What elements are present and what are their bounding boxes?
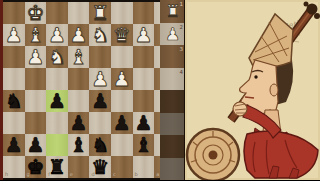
white-pawn-d4: ♟ <box>89 68 111 90</box>
square-c3 <box>111 46 133 68</box>
square-b3 <box>133 46 155 68</box>
square-e3: ♝ <box>68 46 90 68</box>
eye <box>254 75 257 78</box>
strip-square-6 <box>160 113 185 136</box>
white-pawn-f2: ♟ <box>46 24 68 46</box>
square-g4 <box>25 68 47 90</box>
black-pawn-d5: ♟ <box>89 90 111 112</box>
square-d2: ♞ <box>89 24 111 46</box>
strip-square-4: 4 <box>160 68 185 91</box>
square-f2: ♟ <box>46 24 68 46</box>
square-d1: ♜ <box>89 2 111 24</box>
white-king-g1: ♚ <box>25 2 47 24</box>
square-b8: b <box>133 156 155 178</box>
square-f3: ♞ <box>46 46 68 68</box>
black-bishop-b7: ♝ <box>133 134 155 156</box>
square-c4: ♟ <box>111 68 133 90</box>
square-f1 <box>46 2 68 24</box>
white-pawn-b2: ♟ <box>133 24 155 46</box>
square-c7 <box>111 134 133 156</box>
square-e4 <box>68 68 90 90</box>
square-h6 <box>3 112 25 134</box>
white-pawn-e2: ♟ <box>68 24 90 46</box>
square-c1 <box>111 2 133 24</box>
strip-square-1: ♜1 <box>160 0 185 23</box>
strip-square-2: ♟2 <box>160 23 185 46</box>
white-knight-f3: ♞ <box>46 46 68 68</box>
square-g3: ♟ <box>25 46 47 68</box>
square-e2: ♟ <box>68 24 90 46</box>
white-bishop-g2: ♝ <box>25 24 47 46</box>
video-frame: ♚♜♟♝♟♟♞♛♟♟♞♝♟♟♞♟♟♟♟♟♟♟♝♞♝h♚g♜fe♛dcba ♜1♟… <box>0 0 320 180</box>
square-g2: ♝ <box>25 24 47 46</box>
side-board-strip: ♜1♟234 <box>160 0 185 180</box>
square-h5: ♞ <box>3 90 25 112</box>
white-knight-d2: ♞ <box>89 24 111 46</box>
square-h3 <box>3 46 25 68</box>
black-pawn-f5: ♟ <box>46 90 68 112</box>
square-b4 <box>133 68 155 90</box>
square-e8: e <box>68 156 90 178</box>
strip-rank-number-4: 4 <box>180 69 184 75</box>
square-f4 <box>46 68 68 90</box>
black-knight-h5: ♞ <box>3 90 25 112</box>
strip-square-3: 3 <box>160 45 185 68</box>
square-d6 <box>89 112 111 134</box>
square-h8: h <box>3 156 25 178</box>
file-label-f: f <box>48 172 50 177</box>
square-d3 <box>89 46 111 68</box>
chess-board: ♚♜♟♝♟♟♞♛♟♟♞♝♟♟♞♟♟♟♟♟♟♟♝♞♝h♚g♜fe♛dcba <box>3 2 160 178</box>
square-c5 <box>111 90 133 112</box>
black-bishop-e7: ♝ <box>68 134 90 156</box>
square-f6 <box>46 112 68 134</box>
file-label-c: c <box>113 172 116 177</box>
square-b6: ♟ <box>133 112 155 134</box>
square-d7: ♞ <box>89 134 111 156</box>
square-g5 <box>25 90 47 112</box>
square-g1: ♚ <box>25 2 47 24</box>
file-label-b: b <box>135 172 138 177</box>
strip-square-7 <box>160 135 185 158</box>
square-h1 <box>3 2 25 24</box>
strip-rank-number-1: 1 <box>180 1 184 7</box>
square-b2: ♟ <box>133 24 155 46</box>
file-label-g: g <box>27 172 30 177</box>
file-label-d: d <box>91 172 94 177</box>
square-c2: ♛ <box>111 24 133 46</box>
strip-rank-number-2: 2 <box>180 24 184 30</box>
illustration-pane: Reti <box>185 0 320 180</box>
black-pawn-g7: ♟ <box>25 134 47 156</box>
square-f7 <box>46 134 68 156</box>
black-pawn-c6: ♟ <box>111 112 133 134</box>
square-e1 <box>68 2 90 24</box>
square-d4: ♟ <box>89 68 111 90</box>
square-b1 <box>133 2 155 24</box>
shield-boss <box>209 151 218 160</box>
file-label-h: h <box>5 172 8 177</box>
square-d8: ♛d <box>89 156 111 178</box>
square-e7: ♝ <box>68 134 90 156</box>
white-pawn-h2: ♟ <box>3 24 25 46</box>
white-bishop-e3: ♝ <box>68 46 90 68</box>
ear <box>270 84 278 96</box>
square-h4 <box>3 68 25 90</box>
black-pawn-h7: ♟ <box>3 134 25 156</box>
square-h2: ♟ <box>3 24 25 46</box>
square-g7: ♟ <box>25 134 47 156</box>
file-label-a: a <box>156 172 159 177</box>
square-c6: ♟ <box>111 112 133 134</box>
square-h7: ♟ <box>3 134 25 156</box>
white-queen-c2: ♛ <box>111 24 133 46</box>
chess-board-pane: ♚♜♟♝♟♟♞♛♟♟♞♝♟♟♞♟♟♟♟♟♟♟♝♞♝h♚g♜fe♛dcba <box>0 0 160 180</box>
caricature-illustration: Reti <box>185 0 320 180</box>
white-pawn-g3: ♟ <box>25 46 47 68</box>
black-knight-d7: ♞ <box>89 134 111 156</box>
strip-square-8 <box>160 158 185 181</box>
strip-rank-number-3: 3 <box>180 46 184 52</box>
square-d5: ♟ <box>89 90 111 112</box>
square-b5 <box>133 90 155 112</box>
black-pawn-b6: ♟ <box>133 112 155 134</box>
square-e5 <box>68 90 90 112</box>
square-g8: ♚g <box>25 156 47 178</box>
square-f8: ♜f <box>46 156 68 178</box>
strip-square-5 <box>160 90 185 113</box>
square-c8: c <box>111 156 133 178</box>
square-e6: ♟ <box>68 112 90 134</box>
black-pawn-e6: ♟ <box>68 112 90 134</box>
square-g6 <box>25 112 47 134</box>
white-rook-d1: ♜ <box>89 2 111 24</box>
shield <box>187 129 239 180</box>
white-pawn-c4: ♟ <box>111 68 133 90</box>
file-label-e: e <box>70 172 73 177</box>
square-f5: ♟ <box>46 90 68 112</box>
square-b7: ♝ <box>133 134 155 156</box>
